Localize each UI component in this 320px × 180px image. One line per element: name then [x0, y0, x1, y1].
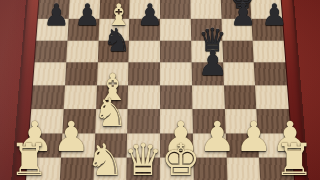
- square-h6[interactable]: [253, 40, 286, 62]
- square-a5[interactable]: [33, 63, 66, 86]
- square-h4[interactable]: [255, 85, 288, 108]
- white-pawn[interactable]: ♟: [53, 117, 90, 158]
- white-rook[interactable]: ♜: [275, 138, 314, 180]
- square-g4[interactable]: [224, 85, 257, 108]
- square-d6[interactable]: [129, 40, 160, 62]
- white-rook[interactable]: ♜: [10, 138, 49, 180]
- white-king[interactable]: ♚: [161, 138, 200, 180]
- black-knight[interactable]: ♞: [103, 24, 132, 56]
- chess-app-screen: ♚♟♟♝♟♟♟♞♛♟♝♞♟♟♟♟♟♟♜♞♛♚♜: [0, 0, 320, 180]
- square-f8[interactable]: [190, 0, 221, 19]
- square-b4[interactable]: [63, 85, 96, 108]
- square-d4[interactable]: [128, 85, 160, 108]
- black-pawn[interactable]: ♟: [261, 1, 287, 30]
- square-h5[interactable]: [254, 63, 287, 86]
- square-e8[interactable]: [160, 0, 191, 19]
- square-b5[interactable]: [65, 63, 98, 86]
- square-f4[interactable]: [192, 85, 225, 108]
- square-b6[interactable]: [66, 40, 98, 62]
- square-d3[interactable]: [127, 109, 160, 133]
- white-pawn[interactable]: ♟: [235, 117, 272, 158]
- square-d5[interactable]: [128, 63, 160, 86]
- black-pawn[interactable]: ♟: [230, 1, 256, 30]
- black-pawn[interactable]: ♟: [74, 1, 100, 30]
- white-knight[interactable]: ♞: [93, 93, 128, 132]
- black-pawn[interactable]: ♟: [137, 1, 163, 30]
- square-e6[interactable]: [160, 40, 191, 62]
- white-queen[interactable]: ♛: [123, 138, 162, 180]
- black-pawn[interactable]: ♟: [43, 1, 69, 30]
- black-pawn[interactable]: ♟: [198, 46, 229, 80]
- square-a4[interactable]: [31, 85, 64, 108]
- square-e5[interactable]: [160, 63, 192, 86]
- white-knight[interactable]: ♞: [86, 138, 125, 180]
- square-e7[interactable]: [160, 19, 191, 41]
- square-a6[interactable]: [35, 40, 68, 62]
- white-pawn[interactable]: ♟: [199, 117, 236, 158]
- square-e4[interactable]: [160, 85, 192, 108]
